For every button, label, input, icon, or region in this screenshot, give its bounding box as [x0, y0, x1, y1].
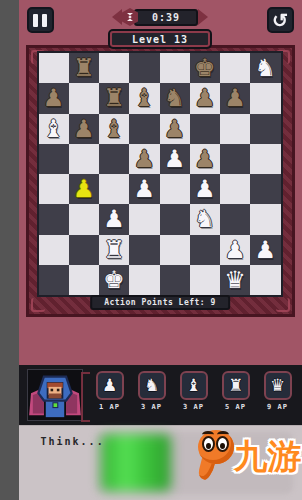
- square-d5[interactable]: ♟: [129, 144, 159, 174]
- black-pawn[interactable]: ♟: [134, 147, 156, 171]
- square-e2[interactable]: [160, 235, 190, 265]
- black-pawn[interactable]: ♟: [194, 86, 216, 110]
- square-g4[interactable]: [220, 174, 250, 204]
- square-g5[interactable]: [220, 144, 250, 174]
- square-e6[interactable]: ♟: [160, 114, 190, 144]
- jiuyou-mascot-icon: [194, 428, 236, 484]
- black-king[interactable]: ♚: [194, 56, 216, 80]
- square-h8[interactable]: ♞: [250, 53, 280, 83]
- tray-slot-pawn: ♟1 AP: [93, 371, 127, 411]
- square-a2[interactable]: [39, 235, 69, 265]
- avatar-image: [29, 371, 81, 419]
- restart-button[interactable]: ↻: [267, 7, 294, 33]
- white-king[interactable]: ♚: [103, 268, 125, 292]
- square-h2[interactable]: ♟: [250, 235, 280, 265]
- square-a5[interactable]: [39, 144, 69, 174]
- timer-ornament-right: [198, 9, 208, 25]
- selected-white-pawn[interactable]: ♟: [73, 177, 95, 201]
- black-pawn[interactable]: ♟: [164, 117, 186, 141]
- square-g2[interactable]: ♟: [220, 235, 250, 265]
- square-h3[interactable]: [250, 204, 280, 234]
- square-b4[interactable]: ♟: [69, 174, 99, 204]
- bishop-buy-button[interactable]: ♝: [180, 371, 208, 400]
- square-d7[interactable]: ♝: [129, 83, 159, 113]
- black-bishop[interactable]: ♝: [103, 117, 125, 141]
- jiuyou-watermark-text: 九游: [234, 439, 302, 473]
- square-c3[interactable]: ♟: [99, 204, 129, 234]
- bishop-icon: ♝: [186, 377, 201, 394]
- tray-slot-rook: ♜5 AP: [219, 371, 253, 411]
- square-e5[interactable]: ♟: [160, 144, 190, 174]
- square-h5[interactable]: [250, 144, 280, 174]
- black-rook[interactable]: ♜: [103, 86, 125, 110]
- jiuyou-watermark: 九游: [194, 428, 302, 484]
- square-e4[interactable]: [160, 174, 190, 204]
- square-d6[interactable]: [129, 114, 159, 144]
- piece-shop-tray: ♟1 AP♞3 AP♝3 AP♜5 AP♛9 AP: [19, 365, 302, 425]
- action-points-bar: Action Points Left: 9: [90, 295, 230, 310]
- square-f8[interactable]: ♚: [190, 53, 220, 83]
- white-pawn[interactable]: ♟: [224, 238, 246, 262]
- square-c8[interactable]: [99, 53, 129, 83]
- square-b6[interactable]: ♟: [69, 114, 99, 144]
- square-d3[interactable]: [129, 204, 159, 234]
- white-pawn[interactable]: ♟: [103, 207, 125, 231]
- square-h7[interactable]: [250, 83, 280, 113]
- tray-slot-queen: ♛9 AP: [261, 371, 295, 411]
- board-frame: ♜♚♞♟♜♝♞♟♟♝♟♝♟♟♟♟♟♟♟♟♞♜♟♟♚♛ Action Points…: [26, 45, 295, 317]
- timer-value: 0:39: [134, 9, 198, 26]
- black-bishop[interactable]: ♝: [134, 86, 156, 110]
- frame-ornament-bottom-right: [276, 298, 290, 312]
- square-f1[interactable]: [190, 265, 220, 295]
- square-h4[interactable]: [250, 174, 280, 204]
- square-a3[interactable]: [39, 204, 69, 234]
- square-g7[interactable]: ♟: [220, 83, 250, 113]
- pawn-icon: ♟: [102, 377, 117, 394]
- square-a8[interactable]: [39, 53, 69, 83]
- tray-slot-knight: ♞3 AP: [135, 371, 169, 411]
- pawn-ap-cost: 1 AP: [99, 403, 120, 411]
- square-b8[interactable]: ♜: [69, 53, 99, 83]
- dialogue-area: Think... 九游: [19, 425, 302, 500]
- bishop-ap-cost: 3 AP: [183, 403, 204, 411]
- square-a1[interactable]: [39, 265, 69, 295]
- black-pawn[interactable]: ♟: [224, 86, 246, 110]
- white-knight[interactable]: ♞: [194, 207, 216, 231]
- white-pawn[interactable]: ♟: [194, 177, 216, 201]
- square-c5[interactable]: [99, 144, 129, 174]
- frame-ornament-bottom-left: [31, 298, 45, 312]
- square-h6[interactable]: [250, 114, 280, 144]
- white-bishop[interactable]: ♝: [43, 117, 65, 141]
- black-rook[interactable]: ♜: [73, 56, 95, 80]
- game-screen: 0:39 ↻ Level 13 ♜♚♞♟♜♝♞♟♟♝♟♝♟♟♟♟♟♟♟♟♞♜♟♟…: [19, 0, 302, 500]
- square-f7[interactable]: ♟: [190, 83, 220, 113]
- piece-tray-buttons: ♟1 AP♞3 AP♝3 AP♜5 AP♛9 AP: [93, 371, 295, 411]
- black-pawn[interactable]: ♟: [43, 86, 65, 110]
- rook-ap-cost: 5 AP: [225, 403, 246, 411]
- pawn-buy-button[interactable]: ♟: [96, 371, 124, 400]
- square-e1[interactable]: [160, 265, 190, 295]
- square-g6[interactable]: [220, 114, 250, 144]
- square-f2[interactable]: [190, 235, 220, 265]
- white-pawn[interactable]: ♟: [134, 177, 156, 201]
- square-b2[interactable]: [69, 235, 99, 265]
- square-b7[interactable]: [69, 83, 99, 113]
- square-a4[interactable]: [39, 174, 69, 204]
- square-a6[interactable]: ♝: [39, 114, 69, 144]
- speech-text: Think...: [41, 436, 105, 447]
- square-b5[interactable]: [69, 144, 99, 174]
- square-g8[interactable]: [220, 53, 250, 83]
- square-c7[interactable]: ♜: [99, 83, 129, 113]
- tray-slot-bishop: ♝3 AP: [177, 371, 211, 411]
- square-f4[interactable]: ♟: [190, 174, 220, 204]
- pause-icon: [33, 14, 38, 27]
- square-d8[interactable]: [129, 53, 159, 83]
- black-pawn[interactable]: ♟: [194, 147, 216, 171]
- square-g1[interactable]: ♛: [220, 265, 250, 295]
- square-f6[interactable]: [190, 114, 220, 144]
- queen-icon: ♛: [270, 377, 285, 394]
- square-d4[interactable]: ♟: [129, 174, 159, 204]
- square-d1[interactable]: [129, 265, 159, 295]
- square-e7[interactable]: ♞: [160, 83, 190, 113]
- timer-plaque: 0:39: [112, 8, 208, 26]
- white-rook[interactable]: ♜: [103, 238, 125, 262]
- white-queen[interactable]: ♛: [224, 268, 246, 292]
- square-c1[interactable]: ♚: [99, 265, 129, 295]
- square-f3[interactable]: ♞: [190, 204, 220, 234]
- square-e8[interactable]: [160, 53, 190, 83]
- square-c4[interactable]: [99, 174, 129, 204]
- square-c6[interactable]: ♝: [99, 114, 129, 144]
- queen-ap-cost: 9 AP: [267, 403, 288, 411]
- rook-icon: ♜: [228, 377, 243, 394]
- square-b1[interactable]: [69, 265, 99, 295]
- knight-ap-cost: 3 AP: [141, 403, 162, 411]
- white-pawn[interactable]: ♟: [255, 238, 277, 262]
- chess-board[interactable]: ♜♚♞♟♜♝♞♟♟♝♟♝♟♟♟♟♟♟♟♟♞♜♟♟♚♛: [37, 51, 283, 297]
- timer-ornament-left: [112, 9, 122, 25]
- pause-button[interactable]: [27, 7, 54, 33]
- square-f5[interactable]: ♟: [190, 144, 220, 174]
- white-pawn[interactable]: ♟: [164, 147, 186, 171]
- restart-icon: ↻: [272, 11, 288, 30]
- knight-icon: ♞: [144, 377, 159, 394]
- square-a7[interactable]: ♟: [39, 83, 69, 113]
- square-d2[interactable]: [129, 235, 159, 265]
- queen-buy-button[interactable]: ♛: [264, 371, 292, 400]
- square-e3[interactable]: [160, 204, 190, 234]
- square-g3[interactable]: [220, 204, 250, 234]
- player-avatar: [27, 369, 83, 421]
- black-pawn[interactable]: ♟: [73, 117, 95, 141]
- white-knight[interactable]: ♞: [255, 56, 277, 80]
- green-blur-blob: [101, 434, 171, 491]
- rook-buy-button[interactable]: ♜: [222, 371, 250, 400]
- pause-icon: [42, 14, 47, 27]
- level-banner: Level 13: [110, 31, 210, 47]
- square-c2[interactable]: ♜: [99, 235, 129, 265]
- square-b3[interactable]: [69, 204, 99, 234]
- knight-buy-button[interactable]: ♞: [138, 371, 166, 400]
- square-h1[interactable]: [250, 265, 280, 295]
- black-knight[interactable]: ♞: [164, 86, 186, 110]
